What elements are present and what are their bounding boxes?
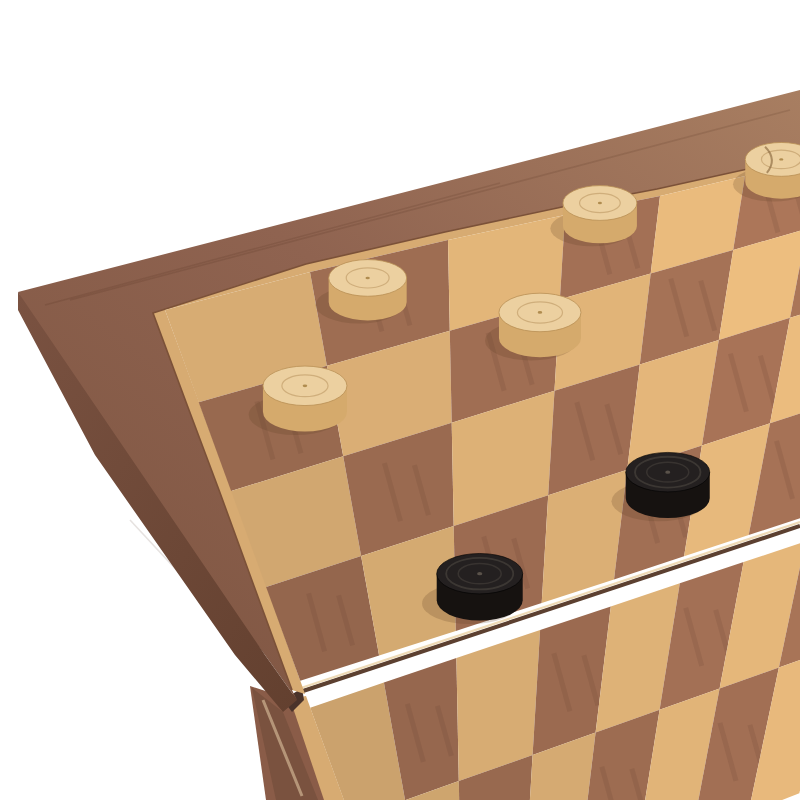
center-dot xyxy=(366,277,370,280)
checkers-photo: folding wooden checkers board photograph… xyxy=(0,0,800,800)
center-dot xyxy=(477,572,482,575)
center-dot xyxy=(779,158,783,160)
checkers-board xyxy=(0,0,800,800)
center-dot xyxy=(538,311,543,314)
center-dot xyxy=(665,471,670,474)
center-dot xyxy=(303,384,308,387)
center-dot xyxy=(598,202,602,204)
